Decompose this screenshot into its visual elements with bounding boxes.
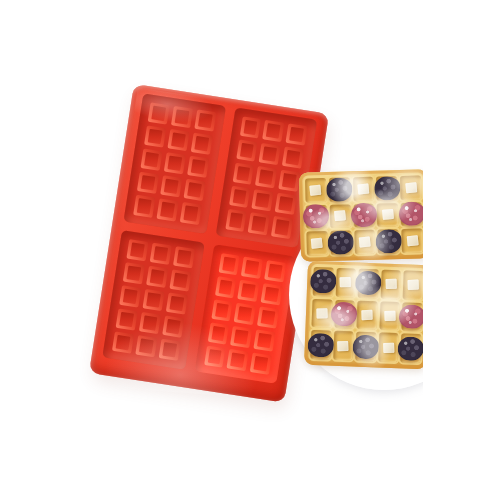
- sugar-cube: [405, 182, 417, 193]
- sugar-cube: [384, 311, 395, 321]
- waffle-pocket: [354, 230, 375, 254]
- sugar-cube: [408, 280, 419, 290]
- sugar-cube: [311, 238, 323, 249]
- blackberry: [375, 229, 402, 254]
- waffle-pocket: [376, 176, 397, 200]
- waffle-pocket: [310, 330, 331, 359]
- sugar-cube: [406, 235, 418, 246]
- waffle-pocket: [401, 334, 422, 363]
- raspberry: [303, 204, 330, 229]
- sugar-cube: [359, 237, 371, 248]
- waffle-photo-region: [0, 0, 423, 500]
- sugar-cube: [316, 308, 327, 318]
- waffle-pocket: [330, 231, 351, 255]
- blackberry: [355, 271, 382, 296]
- sugar-cube: [361, 310, 372, 320]
- waffle-pocket: [357, 300, 378, 329]
- waffle-pocket: [353, 203, 374, 227]
- waffle-pocket: [378, 229, 399, 253]
- waffle-bottom: [304, 261, 423, 370]
- waffle-pocket: [329, 177, 350, 201]
- blackberry: [307, 332, 334, 357]
- sugar-cube: [385, 279, 396, 289]
- sugar-cube: [382, 209, 394, 220]
- waffle-pocket: [402, 229, 423, 253]
- sugar-cube: [357, 183, 369, 194]
- blackberry: [328, 230, 355, 255]
- sugar-cube: [310, 185, 322, 196]
- sugar-cube: [334, 211, 346, 222]
- waffle-pocket: [378, 333, 399, 362]
- waffle-pocket: [377, 203, 398, 227]
- raspberry: [351, 203, 378, 228]
- waffle-pocket: [355, 332, 376, 361]
- blackberry: [352, 334, 379, 359]
- waffle-pocket: [333, 331, 354, 360]
- raspberry: [398, 202, 423, 227]
- blackberry: [310, 269, 337, 294]
- blackberry: [374, 176, 401, 201]
- waffle-pocket: [401, 202, 422, 226]
- waffle-pocket: [379, 301, 400, 330]
- waffle-pocket: [335, 268, 356, 297]
- blackberry: [326, 177, 353, 202]
- waffle-pocket: [329, 204, 350, 228]
- sugar-cube: [383, 342, 394, 352]
- sugar-cube: [340, 277, 351, 287]
- sugar-cube: [338, 341, 349, 351]
- waffle-pocket: [334, 299, 355, 328]
- waffle-pocket: [358, 269, 379, 298]
- waffle-top: [299, 169, 423, 261]
- waffle-pocket: [313, 267, 334, 296]
- blackberry: [397, 336, 423, 361]
- waffle-pocket: [306, 231, 327, 255]
- waffle-pocket: [400, 175, 421, 199]
- raspberry: [331, 302, 358, 327]
- waffle-pocket: [380, 270, 401, 299]
- raspberry: [399, 304, 423, 329]
- product-photo-scene: [0, 0, 500, 500]
- waffle-pocket: [353, 177, 374, 201]
- waffle-pocket: [402, 302, 423, 331]
- waffle-pocket: [306, 205, 327, 229]
- waffle-pocket: [403, 270, 423, 299]
- waffle-pocket: [305, 178, 326, 202]
- waffle-pocket: [311, 299, 332, 328]
